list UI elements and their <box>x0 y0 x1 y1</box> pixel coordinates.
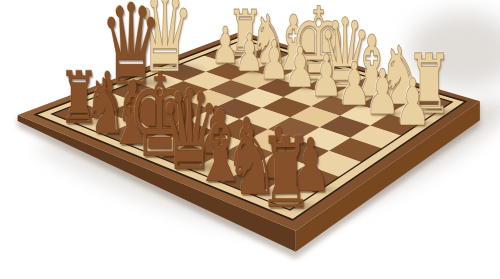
white-pawn-glyph: ♟ <box>392 70 432 135</box>
chess-set-photo: ♜♞♝♛♚♝♞♜♟♟♟♟♟♟♟♟♟♟♟♟♟♟♟♟♜♞♝♛♚♝♞♜♛♛ <box>0 0 500 279</box>
black-rook-glyph: ♜ <box>255 125 316 223</box>
pieces-layer: ♜♞♝♛♚♝♞♜♟♟♟♟♟♟♟♟♟♟♟♟♟♟♟♟♜♞♝♛♚♝♞♜♛♛ <box>0 0 500 279</box>
